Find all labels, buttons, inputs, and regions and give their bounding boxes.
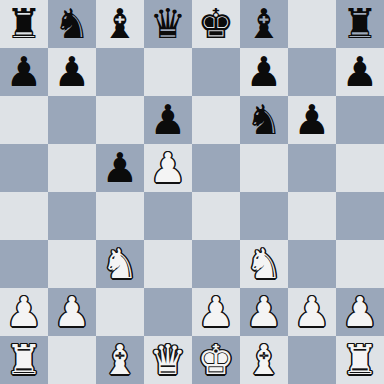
square-e3[interactable]	[192, 240, 240, 288]
square-a5[interactable]	[0, 144, 48, 192]
square-a7[interactable]: ♟	[0, 48, 48, 96]
black-bishop[interactable]: ♝	[246, 0, 283, 48]
white-rook[interactable]: ♜	[342, 336, 379, 384]
square-c6[interactable]	[96, 96, 144, 144]
black-rook[interactable]: ♜	[342, 0, 379, 48]
black-queen[interactable]: ♛	[150, 0, 187, 48]
white-queen[interactable]: ♛	[150, 336, 187, 384]
square-f6[interactable]: ♞	[240, 96, 288, 144]
square-g6[interactable]: ♟	[288, 96, 336, 144]
square-d2[interactable]	[144, 288, 192, 336]
white-pawn[interactable]: ♟	[294, 288, 331, 336]
white-pawn[interactable]: ♟	[198, 288, 235, 336]
white-pawn[interactable]: ♟	[150, 144, 187, 192]
square-c2[interactable]	[96, 288, 144, 336]
white-bishop[interactable]: ♝	[246, 336, 283, 384]
white-knight[interactable]: ♞	[102, 240, 139, 288]
square-f5[interactable]	[240, 144, 288, 192]
white-pawn[interactable]: ♟	[54, 288, 91, 336]
square-g5[interactable]	[288, 144, 336, 192]
square-f1[interactable]: ♝	[240, 336, 288, 384]
black-pawn[interactable]: ♟	[102, 144, 139, 192]
square-c4[interactable]	[96, 192, 144, 240]
square-a4[interactable]	[0, 192, 48, 240]
square-f7[interactable]: ♟	[240, 48, 288, 96]
black-pawn[interactable]: ♟	[150, 96, 187, 144]
square-h2[interactable]: ♟	[336, 288, 384, 336]
square-b1[interactable]	[48, 336, 96, 384]
square-d3[interactable]	[144, 240, 192, 288]
square-h5[interactable]	[336, 144, 384, 192]
square-c5[interactable]: ♟	[96, 144, 144, 192]
square-e2[interactable]: ♟	[192, 288, 240, 336]
square-a1[interactable]: ♜	[0, 336, 48, 384]
white-pawn[interactable]: ♟	[342, 288, 379, 336]
square-h3[interactable]	[336, 240, 384, 288]
square-g2[interactable]: ♟	[288, 288, 336, 336]
square-d4[interactable]	[144, 192, 192, 240]
square-g3[interactable]	[288, 240, 336, 288]
black-rook[interactable]: ♜	[6, 0, 43, 48]
square-g8[interactable]	[288, 0, 336, 48]
square-a6[interactable]	[0, 96, 48, 144]
square-e4[interactable]	[192, 192, 240, 240]
white-pawn[interactable]: ♟	[246, 288, 283, 336]
square-h1[interactable]: ♜	[336, 336, 384, 384]
square-d6[interactable]: ♟	[144, 96, 192, 144]
black-pawn[interactable]: ♟	[342, 48, 379, 96]
square-b7[interactable]: ♟	[48, 48, 96, 96]
square-a2[interactable]: ♟	[0, 288, 48, 336]
square-h6[interactable]	[336, 96, 384, 144]
square-d7[interactable]	[144, 48, 192, 96]
square-g4[interactable]	[288, 192, 336, 240]
black-pawn[interactable]: ♟	[54, 48, 91, 96]
square-c7[interactable]	[96, 48, 144, 96]
square-e6[interactable]	[192, 96, 240, 144]
square-c3[interactable]: ♞	[96, 240, 144, 288]
square-b2[interactable]: ♟	[48, 288, 96, 336]
black-pawn[interactable]: ♟	[246, 48, 283, 96]
square-e1[interactable]: ♚	[192, 336, 240, 384]
white-bishop[interactable]: ♝	[102, 336, 139, 384]
square-a8[interactable]: ♜	[0, 0, 48, 48]
black-king[interactable]: ♚	[198, 0, 235, 48]
black-knight[interactable]: ♞	[54, 0, 91, 48]
black-bishop[interactable]: ♝	[102, 0, 139, 48]
square-e7[interactable]	[192, 48, 240, 96]
square-b6[interactable]	[48, 96, 96, 144]
square-f8[interactable]: ♝	[240, 0, 288, 48]
square-f2[interactable]: ♟	[240, 288, 288, 336]
black-pawn[interactable]: ♟	[294, 96, 331, 144]
square-b8[interactable]: ♞	[48, 0, 96, 48]
square-b5[interactable]	[48, 144, 96, 192]
square-g7[interactable]	[288, 48, 336, 96]
square-f3[interactable]: ♞	[240, 240, 288, 288]
square-h8[interactable]: ♜	[336, 0, 384, 48]
square-e8[interactable]: ♚	[192, 0, 240, 48]
white-rook[interactable]: ♜	[6, 336, 43, 384]
chess-board: ♜♞♝♛♚♝♜♟♟♟♟♟♞♟♟♟♞♞♟♟♟♟♟♟♜♝♛♚♝♜	[0, 0, 384, 384]
black-pawn[interactable]: ♟	[6, 48, 43, 96]
square-c8[interactable]: ♝	[96, 0, 144, 48]
black-knight[interactable]: ♞	[246, 96, 283, 144]
square-h7[interactable]: ♟	[336, 48, 384, 96]
square-b3[interactable]	[48, 240, 96, 288]
square-c1[interactable]: ♝	[96, 336, 144, 384]
square-a3[interactable]	[0, 240, 48, 288]
square-f4[interactable]	[240, 192, 288, 240]
square-d1[interactable]: ♛	[144, 336, 192, 384]
square-d5[interactable]: ♟	[144, 144, 192, 192]
white-knight[interactable]: ♞	[246, 240, 283, 288]
white-pawn[interactable]: ♟	[6, 288, 43, 336]
white-king[interactable]: ♚	[198, 336, 235, 384]
square-h4[interactable]	[336, 192, 384, 240]
square-g1[interactable]	[288, 336, 336, 384]
square-b4[interactable]	[48, 192, 96, 240]
square-d8[interactable]: ♛	[144, 0, 192, 48]
square-e5[interactable]	[192, 144, 240, 192]
